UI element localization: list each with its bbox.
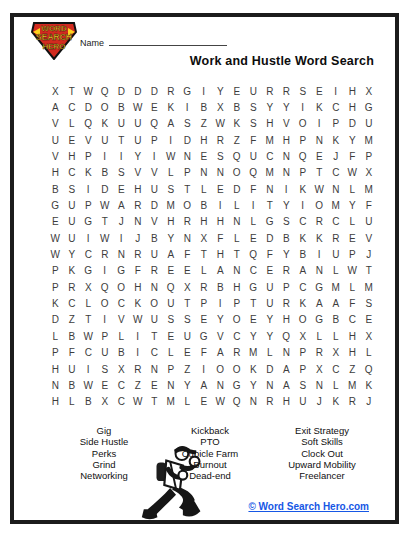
grid-cell-r8c2: U bbox=[64, 197, 81, 213]
grid-cell-r3c5: U bbox=[113, 116, 130, 132]
grid-cell-r17c14: L bbox=[262, 345, 279, 361]
grid-cell-r16c7: T bbox=[146, 328, 163, 344]
grid-cell-r7c18: N bbox=[328, 181, 345, 197]
grid-cell-r20c10: E bbox=[196, 394, 213, 410]
grid-cell-r8c4: W bbox=[97, 197, 114, 213]
grid-cell-r5c14: C bbox=[262, 148, 279, 164]
grid-cell-r3c4: K bbox=[97, 116, 114, 132]
grid-cell-r17c10: F bbox=[196, 345, 213, 361]
grid-cell-r10c2: U bbox=[64, 230, 81, 246]
grid-cell-r17c19: H bbox=[344, 345, 361, 361]
grid-cell-r15c13: E bbox=[245, 312, 262, 328]
grid-cell-r13c14: U bbox=[262, 279, 279, 295]
grid-cell-r19c12: G bbox=[229, 377, 246, 393]
grid-cell-r20c5: C bbox=[113, 394, 130, 410]
grid-cell-r17c5: B bbox=[113, 345, 130, 361]
grid-cell-r15c6: W bbox=[130, 312, 147, 328]
grid-cell-r4c4: U bbox=[97, 132, 114, 148]
grid-cell-r15c14: Y bbox=[262, 312, 279, 328]
grid-cell-r11c6: R bbox=[130, 246, 147, 262]
grid-cell-r2c4: O bbox=[97, 99, 114, 115]
grid-cell-r12c3: G bbox=[80, 263, 97, 279]
grid-cell-r5c4: I bbox=[97, 148, 114, 164]
grid-cell-r9c18: C bbox=[328, 214, 345, 230]
grid-cell-r3c1: V bbox=[47, 116, 64, 132]
grid-cell-r13c17: G bbox=[311, 279, 328, 295]
grid-cell-r7c10: L bbox=[196, 181, 213, 197]
grid-cell-r15c2: Z bbox=[64, 312, 81, 328]
grid-cell-r2c19: H bbox=[344, 99, 361, 115]
grid-cell-r13c19: L bbox=[344, 279, 361, 295]
grid-cell-r18c17: X bbox=[311, 361, 328, 377]
grid-cell-r5c16: Q bbox=[295, 148, 312, 164]
grid-cell-r17c20: L bbox=[361, 345, 378, 361]
grid-cell-r2c3: D bbox=[80, 99, 97, 115]
grid-cell-r1c10: I bbox=[196, 83, 213, 99]
grid-cell-r18c7: N bbox=[146, 361, 163, 377]
word-list-column-1: GigSide HustlePerksGrindNetworking bbox=[44, 425, 164, 481]
grid-cell-r4c10: H bbox=[196, 132, 213, 148]
grid-cell-r7c6: H bbox=[130, 181, 147, 197]
grid-cell-r16c9: U bbox=[179, 328, 196, 344]
grid-cell-r10c11: F bbox=[212, 230, 229, 246]
grid-cell-r14c18: A bbox=[328, 295, 345, 311]
grid-cell-r8c11: I bbox=[212, 197, 229, 213]
logo-hero-line: HERO bbox=[42, 42, 65, 51]
grid-cell-r16c1: L bbox=[47, 328, 64, 344]
grid-cell-r13c10: R bbox=[196, 279, 213, 295]
grid-cell-r18c19: Z bbox=[344, 361, 361, 377]
grid-cell-r16c12: C bbox=[229, 328, 246, 344]
word-list-item: Exit Strategy bbox=[254, 425, 390, 436]
grid-cell-r10c6: J bbox=[130, 230, 147, 246]
grid-cell-r2c1: A bbox=[47, 99, 64, 115]
grid-cell-r6c6: V bbox=[130, 165, 147, 181]
grid-cell-r12c6: F bbox=[130, 263, 147, 279]
grid-cell-r13c18: M bbox=[328, 279, 345, 295]
grid-cell-r14c17: A bbox=[311, 295, 328, 311]
word-list-item: Dead-end bbox=[150, 470, 270, 481]
grid-cell-r15c1: D bbox=[47, 312, 64, 328]
grid-cell-r15c8: S bbox=[163, 312, 180, 328]
grid-cell-r15c12: O bbox=[229, 312, 246, 328]
grid-cell-r19c1: N bbox=[47, 377, 64, 393]
worksheet-page: WORD SEARCH HERO Name Work and Hustle Wo… bbox=[0, 0, 416, 539]
grid-cell-r8c3: P bbox=[80, 197, 97, 213]
grid-cell-r8c20: F bbox=[361, 197, 378, 213]
grid-cell-r2c10: B bbox=[196, 99, 213, 115]
grid-cell-r6c14: M bbox=[262, 165, 279, 181]
grid-cell-r17c17: R bbox=[311, 345, 328, 361]
grid-cell-r18c12: O bbox=[229, 361, 246, 377]
grid-cell-r16c3: W bbox=[80, 328, 97, 344]
grid-cell-r1c3: W bbox=[80, 83, 97, 99]
grid-cell-r4c18: K bbox=[328, 132, 345, 148]
grid-cell-r9c20: U bbox=[361, 214, 378, 230]
word-list-item: PTO bbox=[150, 436, 270, 447]
grid-cell-r8c16: I bbox=[295, 197, 312, 213]
grid-cell-r2c5: B bbox=[113, 99, 130, 115]
word-list-item: Soft Skills bbox=[254, 436, 390, 447]
grid-cell-r2c18: C bbox=[328, 99, 345, 115]
grid-cell-r18c10: I bbox=[196, 361, 213, 377]
grid-cell-r1c6: D bbox=[130, 83, 147, 99]
grid-cell-r1c5: D bbox=[113, 83, 130, 99]
grid-cell-r14c1: K bbox=[47, 295, 64, 311]
page-title: Work and Hustle Word Search bbox=[190, 54, 374, 68]
grid-cell-r9c2: U bbox=[64, 214, 81, 230]
grid-cell-r4c14: M bbox=[262, 132, 279, 148]
grid-cell-r15c16: O bbox=[295, 312, 312, 328]
grid-cell-r17c12: R bbox=[229, 345, 246, 361]
grid-cell-r10c3: I bbox=[80, 230, 97, 246]
grid-cell-r6c11: N bbox=[212, 165, 229, 181]
grid-cell-r13c1: P bbox=[47, 279, 64, 295]
grid-cell-r8c12: L bbox=[229, 197, 246, 213]
grid-cell-r1c11: Y bbox=[212, 83, 229, 99]
grid-cell-r19c8: N bbox=[163, 377, 180, 393]
grid-cell-r13c9: X bbox=[179, 279, 196, 295]
grid-cell-r11c18: U bbox=[328, 246, 345, 262]
grid-cell-r6c13: Q bbox=[245, 165, 262, 181]
grid-cell-r2c7: E bbox=[146, 99, 163, 115]
grid-cell-r14c19: F bbox=[344, 295, 361, 311]
grid-cell-r6c17: T bbox=[311, 165, 328, 181]
grid-cell-r8c17: O bbox=[311, 197, 328, 213]
grid-cell-r15c20: E bbox=[361, 312, 378, 328]
grid-cell-r20c18: K bbox=[328, 394, 345, 410]
grid-cell-r20c19: R bbox=[344, 394, 361, 410]
grid-cell-r12c9: E bbox=[179, 263, 196, 279]
grid-cell-r15c19: C bbox=[344, 312, 361, 328]
grid-cell-r18c3: I bbox=[80, 361, 97, 377]
grid-cell-r20c4: X bbox=[97, 394, 114, 410]
logo-search-line: SEARCH bbox=[36, 32, 72, 42]
grid-cell-r12c18: L bbox=[328, 263, 345, 279]
grid-cell-r12c11: A bbox=[212, 263, 229, 279]
grid-cell-r12c10: L bbox=[196, 263, 213, 279]
grid-cell-r4c1: U bbox=[47, 132, 64, 148]
grid-cell-r13c12: H bbox=[229, 279, 246, 295]
grid-cell-r2c11: X bbox=[212, 99, 229, 115]
grid-cell-r10c17: K bbox=[311, 230, 328, 246]
grid-cell-r18c18: C bbox=[328, 361, 345, 377]
grid-cell-r14c2: C bbox=[64, 295, 81, 311]
grid-cell-r11c13: Q bbox=[245, 246, 262, 262]
grid-cell-r14c10: P bbox=[196, 295, 213, 311]
grid-cell-r12c2: K bbox=[64, 263, 81, 279]
grid-cell-r11c10: T bbox=[196, 246, 213, 262]
grid-cell-r20c15: H bbox=[278, 394, 295, 410]
grid-cell-r9c11: H bbox=[212, 214, 229, 230]
grid-cell-r5c17: E bbox=[311, 148, 328, 164]
grid-cell-r3c7: Q bbox=[146, 116, 163, 132]
grid-cell-r20c2: L bbox=[64, 394, 81, 410]
grid-cell-r9c7: V bbox=[146, 214, 163, 230]
grid-cell-r16c10: G bbox=[196, 328, 213, 344]
grid-cell-r16c17: L bbox=[311, 328, 328, 344]
grid-cell-r18c13: K bbox=[245, 361, 262, 377]
grid-cell-r17c9: E bbox=[179, 345, 196, 361]
grid-cell-r6c1: H bbox=[47, 165, 64, 181]
grid-cell-r10c12: L bbox=[229, 230, 246, 246]
grid-cell-r18c2: U bbox=[64, 361, 81, 377]
word-list-item: Freelancer bbox=[254, 470, 390, 481]
grid-cell-r4c15: H bbox=[278, 132, 295, 148]
grid-cell-r20c9: L bbox=[179, 394, 196, 410]
grid-cell-r13c20: M bbox=[361, 279, 378, 295]
grid-cell-r7c5: E bbox=[113, 181, 130, 197]
grid-cell-r17c8: L bbox=[163, 345, 180, 361]
word-search-hero-logo: WORD SEARCH HERO bbox=[31, 18, 77, 60]
grid-cell-r10c20: V bbox=[361, 230, 378, 246]
grid-cell-r1c8: R bbox=[163, 83, 180, 99]
grid-cell-r20c11: W bbox=[212, 394, 229, 410]
grid-cell-r6c12: O bbox=[229, 165, 246, 181]
grid-cell-r19c2: B bbox=[64, 377, 81, 393]
grid-cell-r4c6: U bbox=[130, 132, 147, 148]
grid-cell-r3c6: U bbox=[130, 116, 147, 132]
grid-cell-r11c7: U bbox=[146, 246, 163, 262]
grid-cell-r11c8: A bbox=[163, 246, 180, 262]
grid-cell-r14c20: S bbox=[361, 295, 378, 311]
grid-cell-r12c4: I bbox=[97, 263, 114, 279]
grid-cell-r19c18: L bbox=[328, 377, 345, 393]
grid-cell-r19c5: C bbox=[113, 377, 130, 393]
grid-cell-r2c2: C bbox=[64, 99, 81, 115]
grid-cell-r12c16: A bbox=[295, 263, 312, 279]
grid-cell-r12c5: G bbox=[113, 263, 130, 279]
grid-cell-r18c6: R bbox=[130, 361, 147, 377]
grid-cell-r20c12: Q bbox=[229, 394, 246, 410]
grid-cell-r20c20: J bbox=[361, 394, 378, 410]
grid-cell-r11c2: Y bbox=[64, 246, 81, 262]
grid-cell-r16c8: E bbox=[163, 328, 180, 344]
grid-cell-r20c1: H bbox=[47, 394, 64, 410]
grid-cell-r18c1: H bbox=[47, 361, 64, 377]
grid-cell-r16c5: L bbox=[113, 328, 130, 344]
grid-cell-r7c14: N bbox=[262, 181, 279, 197]
grid-cell-r6c10: N bbox=[196, 165, 213, 181]
grid-cell-r5c19: F bbox=[344, 148, 361, 164]
grid-cell-r11c9: F bbox=[179, 246, 196, 262]
word-search-hero-link[interactable]: © Word Search Hero.com bbox=[248, 501, 369, 512]
grid-cell-r18c9: Z bbox=[179, 361, 196, 377]
grid-cell-r14c12: P bbox=[229, 295, 246, 311]
grid-cell-r5c15: N bbox=[278, 148, 295, 164]
grid-cell-r12c17: N bbox=[311, 263, 328, 279]
grid-cell-r4c7: P bbox=[146, 132, 163, 148]
grid-cell-r3c15: V bbox=[278, 116, 295, 132]
grid-cell-r5c11: S bbox=[212, 148, 229, 164]
grid-cell-r5c13: U bbox=[245, 148, 262, 164]
grid-cell-r5c10: E bbox=[196, 148, 213, 164]
grid-cell-r4c12: Z bbox=[229, 132, 246, 148]
grid-cell-r1c20: X bbox=[361, 83, 378, 99]
grid-cell-r13c8: Q bbox=[163, 279, 180, 295]
grid-cell-r13c4: Q bbox=[97, 279, 114, 295]
grid-cell-r8c14: T bbox=[262, 197, 279, 213]
grid-cell-r14c11: I bbox=[212, 295, 229, 311]
grid-cell-r17c15: N bbox=[278, 345, 295, 361]
grid-cell-r19c20: K bbox=[361, 377, 378, 393]
grid-cell-r1c2: T bbox=[64, 83, 81, 99]
page-border-frame: WORD SEARCH HERO Name Work and Hustle Wo… bbox=[10, 13, 399, 524]
grid-cell-r2c20: G bbox=[361, 99, 378, 115]
grid-cell-r13c13: G bbox=[245, 279, 262, 295]
grid-cell-r6c4: B bbox=[97, 165, 114, 181]
grid-cell-r5c7: I bbox=[146, 148, 163, 164]
grid-cell-r11c15: Y bbox=[278, 246, 295, 262]
grid-cell-r16c4: P bbox=[97, 328, 114, 344]
grid-cell-r2c14: Y bbox=[262, 99, 279, 115]
grid-cell-r16c11: V bbox=[212, 328, 229, 344]
grid-cell-r15c3: T bbox=[80, 312, 97, 328]
grid-cell-r5c20: P bbox=[361, 148, 378, 164]
grid-cell-r19c10: A bbox=[196, 377, 213, 393]
grid-cell-r9c9: R bbox=[179, 214, 196, 230]
grid-cell-r6c16: P bbox=[295, 165, 312, 181]
grid-cell-r8c13: I bbox=[245, 197, 262, 213]
grid-cell-r3c19: D bbox=[344, 116, 361, 132]
grid-cell-r10c8: Y bbox=[163, 230, 180, 246]
word-list-item: Upward Mobility bbox=[254, 459, 390, 470]
grid-cell-r4c17: N bbox=[311, 132, 328, 148]
grid-cell-r12c20: T bbox=[361, 263, 378, 279]
grid-cell-r17c7: C bbox=[146, 345, 163, 361]
puzzle-grid: XTWQDDDRGIYEURRSEIHXACDOBWEKIBXBSYYIKCHG… bbox=[47, 83, 377, 410]
grid-cell-r8c15: Y bbox=[278, 197, 295, 213]
grid-cell-r1c9: G bbox=[179, 83, 196, 99]
grid-cell-r9c12: N bbox=[229, 214, 246, 230]
grid-cell-r14c9: T bbox=[179, 295, 196, 311]
word-list-column-3: Exit StrategySoft SkillsClock OutUpward … bbox=[254, 425, 390, 481]
grid-cell-r8c9: O bbox=[179, 197, 196, 213]
grid-cell-r9c14: G bbox=[262, 214, 279, 230]
grid-cell-r18c8: P bbox=[163, 361, 180, 377]
grid-cell-r4c16: P bbox=[295, 132, 312, 148]
grid-cell-r3c2: L bbox=[64, 116, 81, 132]
grid-cell-r2c13: S bbox=[245, 99, 262, 115]
grid-cell-r3c16: O bbox=[295, 116, 312, 132]
grid-cell-r16c19: H bbox=[344, 328, 361, 344]
grid-cell-r15c11: Y bbox=[212, 312, 229, 328]
grid-cell-r10c7: B bbox=[146, 230, 163, 246]
grid-cell-r4c2: E bbox=[64, 132, 81, 148]
grid-cell-r12c14: E bbox=[262, 263, 279, 279]
grid-cell-r16c6: I bbox=[130, 328, 147, 344]
grid-cell-r3c20: U bbox=[361, 116, 378, 132]
grid-cell-r17c2: F bbox=[64, 345, 81, 361]
grid-cell-r5c8: W bbox=[163, 148, 180, 164]
name-blank-line bbox=[109, 36, 227, 46]
grid-cell-r9c10: H bbox=[196, 214, 213, 230]
grid-cell-r4c3: V bbox=[80, 132, 97, 148]
grid-cell-r8c1: G bbox=[47, 197, 64, 213]
word-list-item: Kickback bbox=[150, 425, 270, 436]
grid-cell-r7c7: U bbox=[146, 181, 163, 197]
grid-cell-r20c6: W bbox=[130, 394, 147, 410]
grid-cell-r4c13: F bbox=[245, 132, 262, 148]
grid-cell-r10c18: R bbox=[328, 230, 345, 246]
grid-cell-r2c8: K bbox=[163, 99, 180, 115]
grid-cell-r10c15: B bbox=[278, 230, 295, 246]
grid-cell-r9c6: N bbox=[130, 214, 147, 230]
grid-cell-r12c1: P bbox=[47, 263, 64, 279]
grid-cell-r5c18: J bbox=[328, 148, 345, 164]
grid-cell-r12c13: C bbox=[245, 263, 262, 279]
grid-cell-r7c13: F bbox=[245, 181, 262, 197]
grid-cell-r7c9: T bbox=[179, 181, 196, 197]
grid-cell-r5c5: I bbox=[113, 148, 130, 164]
grid-cell-r13c5: O bbox=[113, 279, 130, 295]
grid-cell-r3c8: A bbox=[163, 116, 180, 132]
grid-cell-r17c13: M bbox=[245, 345, 262, 361]
grid-cell-r18c11: O bbox=[212, 361, 229, 377]
grid-cell-r2c9: I bbox=[179, 99, 196, 115]
grid-cell-r16c13: Y bbox=[245, 328, 262, 344]
grid-cell-r13c3: X bbox=[80, 279, 97, 295]
grid-cell-r8c7: D bbox=[146, 197, 163, 213]
grid-cell-r7c15: I bbox=[278, 181, 295, 197]
grid-cell-r14c3: L bbox=[80, 295, 97, 311]
grid-cell-r2c15: Y bbox=[278, 99, 295, 115]
grid-cell-r15c17: G bbox=[311, 312, 328, 328]
word-list-item: Networking bbox=[44, 470, 164, 481]
grid-cell-r9c16: C bbox=[295, 214, 312, 230]
grid-cell-r17c6: I bbox=[130, 345, 147, 361]
grid-cell-r17c1: P bbox=[47, 345, 64, 361]
grid-cell-r10c19: E bbox=[344, 230, 361, 246]
grid-cell-r19c9: Y bbox=[179, 377, 196, 393]
grid-cell-r13c2: R bbox=[64, 279, 81, 295]
grid-cell-r10c13: E bbox=[245, 230, 262, 246]
grid-cell-r7c11: E bbox=[212, 181, 229, 197]
grid-cell-r1c17: E bbox=[311, 83, 328, 99]
grid-cell-r1c18: I bbox=[328, 83, 345, 99]
grid-cell-r19c15: A bbox=[278, 377, 295, 393]
grid-cell-r8c8: M bbox=[163, 197, 180, 213]
grid-cell-r6c7: V bbox=[146, 165, 163, 181]
grid-cell-r4c5: T bbox=[113, 132, 130, 148]
grid-cell-r4c8: I bbox=[163, 132, 180, 148]
grid-cell-r17c3: C bbox=[80, 345, 97, 361]
name-row: Name bbox=[80, 36, 227, 48]
grid-cell-r18c16: P bbox=[295, 361, 312, 377]
grid-cell-r11c4: R bbox=[97, 246, 114, 262]
grid-cell-r12c7: R bbox=[146, 263, 163, 279]
grid-cell-r1c1: X bbox=[47, 83, 64, 99]
word-list-item: Side Hustle bbox=[44, 436, 164, 447]
grid-cell-r10c14: D bbox=[262, 230, 279, 246]
grid-cell-r9c19: L bbox=[344, 214, 361, 230]
grid-cell-r19c7: E bbox=[146, 377, 163, 393]
grid-cell-r16c18: L bbox=[328, 328, 345, 344]
grid-cell-r5c6: Y bbox=[130, 148, 147, 164]
grid-cell-r20c13: N bbox=[245, 394, 262, 410]
grid-cell-r13c15: P bbox=[278, 279, 295, 295]
grid-cell-r7c12: D bbox=[229, 181, 246, 197]
grid-cell-r19c4: E bbox=[97, 377, 114, 393]
grid-cell-r8c5: A bbox=[113, 197, 130, 213]
grid-cell-r19c16: S bbox=[295, 377, 312, 393]
grid-cell-r1c15: R bbox=[278, 83, 295, 99]
grid-cell-r5c9: N bbox=[179, 148, 196, 164]
grid-cell-r11c3: C bbox=[80, 246, 97, 262]
grid-cell-r15c15: H bbox=[278, 312, 295, 328]
grid-cell-r19c19: M bbox=[344, 377, 361, 393]
grid-cell-r2c12: B bbox=[229, 99, 246, 115]
